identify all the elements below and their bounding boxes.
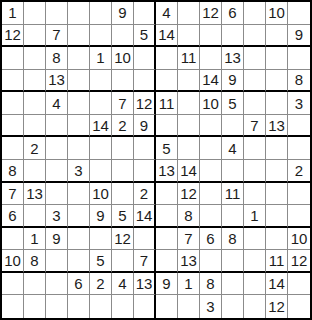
cell-r9c7[interactable]: 2	[134, 183, 156, 206]
cell-r5c13[interactable]	[266, 92, 288, 115]
cell-r13c4[interactable]: 6	[68, 273, 90, 296]
cell-r13c14[interactable]	[288, 273, 310, 296]
cell-r2c7[interactable]: 5	[134, 25, 156, 48]
cell-r10c6[interactable]: 5	[112, 205, 134, 228]
cell-r4c7[interactable]	[134, 70, 156, 93]
cell-r3c8[interactable]	[156, 47, 178, 70]
cell-r9c5[interactable]: 10	[90, 183, 112, 206]
cell-r13c3[interactable]	[46, 273, 68, 296]
cell-r14c4[interactable]	[68, 295, 90, 318]
cell-r12c12[interactable]	[244, 250, 266, 273]
cell-r6c14[interactable]	[288, 115, 310, 138]
cell-r2c12[interactable]	[244, 25, 266, 48]
cell-r14c3[interactable]	[46, 295, 68, 318]
cell-r10c11[interactable]	[222, 205, 244, 228]
cell-r9c10[interactable]	[200, 183, 222, 206]
cell-r5c7[interactable]: 12	[134, 92, 156, 115]
cell-r14c13[interactable]: 12	[266, 295, 288, 318]
cell-r3c4[interactable]	[68, 47, 90, 70]
cell-r8c2[interactable]	[24, 160, 46, 183]
cell-r1c11[interactable]: 6	[222, 2, 244, 25]
cell-r4c8[interactable]	[156, 70, 178, 93]
cell-r5c6[interactable]: 7	[112, 92, 134, 115]
cell-r13c10[interactable]: 8	[200, 273, 222, 296]
cell-r7c6[interactable]	[112, 137, 134, 160]
cell-r11c6[interactable]: 12	[112, 228, 134, 251]
cell-r1c4[interactable]	[68, 2, 90, 25]
cell-r7c7[interactable]	[134, 137, 156, 160]
cell-r2c2[interactable]	[24, 25, 46, 48]
cell-r3c14[interactable]	[288, 47, 310, 70]
cell-r3c5[interactable]: 1	[90, 47, 112, 70]
cell-r9c12[interactable]	[244, 183, 266, 206]
cell-r1c13[interactable]: 10	[266, 2, 288, 25]
cell-r11c10[interactable]: 6	[200, 228, 222, 251]
sudoku-board: 1941261012751498110111313149847121110531…	[0, 0, 312, 320]
cell-r4c10[interactable]: 14	[200, 70, 222, 93]
cell-r6c9[interactable]	[178, 115, 200, 138]
cell-r4c9[interactable]	[178, 70, 200, 93]
cell-r11c14[interactable]: 10	[288, 228, 310, 251]
cell-r6c1[interactable]	[2, 115, 24, 138]
cell-r3c12[interactable]	[244, 47, 266, 70]
cell-r4c4[interactable]	[68, 70, 90, 93]
cell-r5c5[interactable]	[90, 92, 112, 115]
cell-r4c13[interactable]	[266, 70, 288, 93]
cell-r9c4[interactable]	[68, 183, 90, 206]
cell-r2c6[interactable]	[112, 25, 134, 48]
cell-r3c2[interactable]	[24, 47, 46, 70]
cell-r5c9[interactable]	[178, 92, 200, 115]
cell-r3c11[interactable]: 13	[222, 47, 244, 70]
cell-r2c4[interactable]	[68, 25, 90, 48]
cell-r10c10[interactable]	[200, 205, 222, 228]
cell-r4c11[interactable]: 9	[222, 70, 244, 93]
cell-r1c5[interactable]	[90, 2, 112, 25]
cell-r7c13[interactable]	[266, 137, 288, 160]
cell-r4c3[interactable]: 13	[46, 70, 68, 93]
cell-r2c11[interactable]	[222, 25, 244, 48]
cell-r12c5[interactable]: 5	[90, 250, 112, 273]
cell-r14c8[interactable]	[156, 295, 178, 318]
cell-r2c8[interactable]: 14	[156, 25, 178, 48]
cell-r6c8[interactable]	[156, 115, 178, 138]
cell-r5c10[interactable]: 10	[200, 92, 222, 115]
cell-r8c10[interactable]	[200, 160, 222, 183]
cell-r8c12[interactable]	[244, 160, 266, 183]
cell-r14c6[interactable]	[112, 295, 134, 318]
cell-r6c6[interactable]: 2	[112, 115, 134, 138]
cell-r5c12[interactable]	[244, 92, 266, 115]
cell-r10c9[interactable]: 8	[178, 205, 200, 228]
cell-r14c12[interactable]	[244, 295, 266, 318]
cell-r4c5[interactable]	[90, 70, 112, 93]
cell-r1c8[interactable]: 4	[156, 2, 178, 25]
cell-r13c12[interactable]	[244, 273, 266, 296]
cell-r2c5[interactable]	[90, 25, 112, 48]
cell-r3c9[interactable]: 11	[178, 47, 200, 70]
cell-r9c11[interactable]: 11	[222, 183, 244, 206]
cell-r9c14[interactable]	[288, 183, 310, 206]
cell-r10c2[interactable]	[24, 205, 46, 228]
cell-r10c13[interactable]	[266, 205, 288, 228]
cell-r14c1[interactable]	[2, 295, 24, 318]
cell-r2c9[interactable]	[178, 25, 200, 48]
cell-r14c10[interactable]: 3	[200, 295, 222, 318]
cell-r14c9[interactable]	[178, 295, 200, 318]
cell-r4c2[interactable]	[24, 70, 46, 93]
cell-r8c1[interactable]: 8	[2, 160, 24, 183]
cell-r8c13[interactable]	[266, 160, 288, 183]
cell-r10c8[interactable]	[156, 205, 178, 228]
cell-r5c4[interactable]	[68, 92, 90, 115]
cell-r3c3[interactable]: 8	[46, 47, 68, 70]
cell-r13c9[interactable]: 1	[178, 273, 200, 296]
cell-r8c7[interactable]	[134, 160, 156, 183]
cell-r1c6[interactable]: 9	[112, 2, 134, 25]
cell-r12c2[interactable]: 8	[24, 250, 46, 273]
cell-r7c1[interactable]	[2, 137, 24, 160]
cell-r4c14[interactable]: 8	[288, 70, 310, 93]
cell-r8c6[interactable]	[112, 160, 134, 183]
cell-r7c14[interactable]	[288, 137, 310, 160]
cell-r10c4[interactable]	[68, 205, 90, 228]
cell-r10c14[interactable]	[288, 205, 310, 228]
cell-r12c9[interactable]: 13	[178, 250, 200, 273]
cell-r6c7[interactable]: 9	[134, 115, 156, 138]
cell-r9c3[interactable]	[46, 183, 68, 206]
cell-r12c11[interactable]	[222, 250, 244, 273]
cell-r11c7[interactable]	[134, 228, 156, 251]
cell-r14c11[interactable]	[222, 295, 244, 318]
cell-r14c7[interactable]	[134, 295, 156, 318]
cell-r1c7[interactable]	[134, 2, 156, 25]
cell-r12c6[interactable]	[112, 250, 134, 273]
cell-r1c1[interactable]: 1	[2, 2, 24, 25]
cell-r11c2[interactable]: 1	[24, 228, 46, 251]
cell-r12c8[interactable]	[156, 250, 178, 273]
cell-r5c8[interactable]: 11	[156, 92, 178, 115]
cell-r5c11[interactable]: 5	[222, 92, 244, 115]
cell-r5c1[interactable]	[2, 92, 24, 115]
cell-r6c2[interactable]	[24, 115, 46, 138]
cell-r10c1[interactable]: 6	[2, 205, 24, 228]
cell-r14c14[interactable]	[288, 295, 310, 318]
cell-r10c12[interactable]: 1	[244, 205, 266, 228]
cell-r7c12[interactable]	[244, 137, 266, 160]
cell-r8c8[interactable]: 13	[156, 160, 178, 183]
cell-r8c5[interactable]	[90, 160, 112, 183]
cell-r6c3[interactable]	[46, 115, 68, 138]
cell-r6c4[interactable]	[68, 115, 90, 138]
cell-r4c12[interactable]	[244, 70, 266, 93]
cell-r13c7[interactable]: 13	[134, 273, 156, 296]
cell-r11c3[interactable]: 9	[46, 228, 68, 251]
cell-r3c6[interactable]: 10	[112, 47, 134, 70]
cell-r8c9[interactable]: 14	[178, 160, 200, 183]
cell-r8c11[interactable]	[222, 160, 244, 183]
cell-r5c2[interactable]	[24, 92, 46, 115]
cell-r6c10[interactable]	[200, 115, 222, 138]
cell-r7c5[interactable]	[90, 137, 112, 160]
cell-r11c11[interactable]: 8	[222, 228, 244, 251]
cell-r14c2[interactable]	[24, 295, 46, 318]
cell-r8c14[interactable]: 2	[288, 160, 310, 183]
cell-r6c5[interactable]: 14	[90, 115, 112, 138]
cell-r13c6[interactable]: 4	[112, 273, 134, 296]
cell-r13c13[interactable]: 14	[266, 273, 288, 296]
cell-r11c4[interactable]	[68, 228, 90, 251]
cell-r4c6[interactable]	[112, 70, 134, 93]
cell-r12c4[interactable]	[68, 250, 90, 273]
cell-r2c10[interactable]	[200, 25, 222, 48]
cell-r6c12[interactable]: 7	[244, 115, 266, 138]
cell-r10c5[interactable]: 9	[90, 205, 112, 228]
cell-r8c3[interactable]	[46, 160, 68, 183]
cell-r12c7[interactable]: 7	[134, 250, 156, 273]
cell-r10c7[interactable]: 14	[134, 205, 156, 228]
cell-r7c3[interactable]	[46, 137, 68, 160]
cell-r3c1[interactable]	[2, 47, 24, 70]
cell-r3c13[interactable]	[266, 47, 288, 70]
cell-r3c7[interactable]	[134, 47, 156, 70]
cell-r6c11[interactable]	[222, 115, 244, 138]
cell-r13c8[interactable]: 9	[156, 273, 178, 296]
cell-r11c8[interactable]	[156, 228, 178, 251]
cell-r12c3[interactable]	[46, 250, 68, 273]
cell-r9c2[interactable]: 13	[24, 183, 46, 206]
cell-r1c2[interactable]	[24, 2, 46, 25]
cell-r1c9[interactable]	[178, 2, 200, 25]
cell-r11c13[interactable]	[266, 228, 288, 251]
cell-r6c13[interactable]: 13	[266, 115, 288, 138]
cell-r7c8[interactable]: 5	[156, 137, 178, 160]
cell-r9c9[interactable]: 12	[178, 183, 200, 206]
cell-r1c10[interactable]: 12	[200, 2, 222, 25]
cell-r13c1[interactable]	[2, 273, 24, 296]
cell-r12c10[interactable]	[200, 250, 222, 273]
cell-r4c1[interactable]	[2, 70, 24, 93]
cell-r12c13[interactable]: 11	[266, 250, 288, 273]
cell-r1c14[interactable]	[288, 2, 310, 25]
cell-r9c8[interactable]	[156, 183, 178, 206]
cell-r8c4[interactable]: 3	[68, 160, 90, 183]
cell-r10c3[interactable]: 3	[46, 205, 68, 228]
cell-r9c6[interactable]	[112, 183, 134, 206]
cell-r13c5[interactable]: 2	[90, 273, 112, 296]
cell-r7c9[interactable]	[178, 137, 200, 160]
cell-r5c14[interactable]: 3	[288, 92, 310, 115]
cell-r11c1[interactable]	[2, 228, 24, 251]
cell-r9c13[interactable]	[266, 183, 288, 206]
cell-r12c14[interactable]: 12	[288, 250, 310, 273]
cell-r1c3[interactable]	[46, 2, 68, 25]
cell-r7c10[interactable]	[200, 137, 222, 160]
cell-r1c12[interactable]	[244, 2, 266, 25]
cell-r13c2[interactable]	[24, 273, 46, 296]
cell-r2c3[interactable]: 7	[46, 25, 68, 48]
cell-r7c2[interactable]: 2	[24, 137, 46, 160]
cell-r7c4[interactable]	[68, 137, 90, 160]
cell-r2c13[interactable]	[266, 25, 288, 48]
cell-r12c1[interactable]: 10	[2, 250, 24, 273]
cell-r11c12[interactable]	[244, 228, 266, 251]
cell-r7c11[interactable]: 4	[222, 137, 244, 160]
cell-r2c1[interactable]: 12	[2, 25, 24, 48]
cell-r11c9[interactable]: 7	[178, 228, 200, 251]
cell-r13c11[interactable]	[222, 273, 244, 296]
cell-r3c10[interactable]	[200, 47, 222, 70]
cell-r11c5[interactable]	[90, 228, 112, 251]
cell-r9c1[interactable]: 7	[2, 183, 24, 206]
cell-r14c5[interactable]	[90, 295, 112, 318]
cell-r5c3[interactable]: 4	[46, 92, 68, 115]
cell-r2c14[interactable]: 9	[288, 25, 310, 48]
